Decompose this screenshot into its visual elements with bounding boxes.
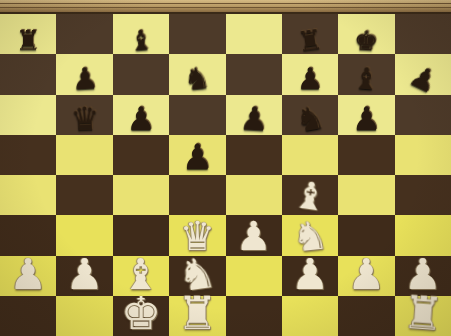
- square-g5[interactable]: [338, 135, 394, 175]
- piece-white-pawn-a2[interactable]: ♟: [9, 253, 47, 296]
- square-a5[interactable]: [0, 135, 56, 175]
- square-g4[interactable]: [338, 175, 394, 215]
- piece-black-bishop-g7[interactable]: ♝: [352, 64, 381, 95]
- piece-black-pawn-h7[interactable]: ♟: [404, 61, 441, 99]
- piece-white-pawn-e3[interactable]: ♟: [236, 216, 272, 256]
- square-f2[interactable]: ♟: [282, 256, 338, 296]
- square-d4[interactable]: [169, 175, 225, 215]
- square-d5[interactable]: ♟: [169, 135, 225, 175]
- square-c1[interactable]: ♚: [113, 296, 169, 336]
- square-f7[interactable]: ♟: [282, 54, 338, 94]
- piece-white-rook-d1[interactable]: ♜: [177, 291, 218, 336]
- square-e6[interactable]: ♟: [226, 95, 282, 135]
- piece-black-pawn-f7[interactable]: ♟: [297, 65, 324, 95]
- piece-white-pawn-f2[interactable]: ♟: [291, 253, 329, 296]
- square-d8[interactable]: [169, 14, 225, 54]
- square-b6[interactable]: ♛: [56, 95, 112, 135]
- square-h4[interactable]: [395, 175, 451, 215]
- square-e7[interactable]: [226, 54, 282, 94]
- piece-white-king-c1[interactable]: ♚: [121, 291, 162, 336]
- square-f1[interactable]: [282, 296, 338, 336]
- square-e8[interactable]: [226, 14, 282, 54]
- piece-black-pawn-g6[interactable]: ♟: [352, 103, 381, 135]
- square-c6[interactable]: ♟: [113, 95, 169, 135]
- square-b8[interactable]: [56, 14, 112, 54]
- chess-set-photo: ♜♝♜♚♟♞♟♝♟♛♟♟♞♟♟♝♛♟♞♟♟♝♞♟♟♟♚♜♜: [0, 0, 451, 336]
- square-h7[interactable]: ♟: [395, 54, 451, 94]
- square-d1[interactable]: ♜: [169, 296, 225, 336]
- square-e4[interactable]: [226, 175, 282, 215]
- square-e2[interactable]: [226, 256, 282, 296]
- square-g6[interactable]: ♟: [338, 95, 394, 135]
- square-f8[interactable]: ♜: [282, 14, 338, 54]
- square-c7[interactable]: [113, 54, 169, 94]
- hinge-seam: [0, 7, 451, 8]
- square-a7[interactable]: [0, 54, 56, 94]
- piece-black-knight-f6[interactable]: ♞: [293, 100, 327, 137]
- square-c5[interactable]: [113, 135, 169, 175]
- square-f6[interactable]: ♞: [282, 95, 338, 135]
- square-g8[interactable]: ♚: [338, 14, 394, 54]
- piece-black-pawn-e6[interactable]: ♟: [238, 102, 269, 136]
- piece-black-king-g8[interactable]: ♚: [354, 27, 380, 55]
- chess-board: ♜♝♜♚♟♞♟♝♟♛♟♟♞♟♟♝♛♟♞♟♟♝♞♟♟♟♚♜♜: [0, 14, 451, 336]
- piece-black-knight-d7[interactable]: ♞: [183, 64, 212, 96]
- square-a6[interactable]: [0, 95, 56, 135]
- square-a8[interactable]: ♜: [0, 14, 56, 54]
- square-a1[interactable]: [0, 296, 56, 336]
- square-d7[interactable]: ♞: [169, 54, 225, 94]
- square-b1[interactable]: [56, 296, 112, 336]
- square-h5[interactable]: [395, 135, 451, 175]
- square-g2[interactable]: ♟: [338, 256, 394, 296]
- square-b5[interactable]: [56, 135, 112, 175]
- square-a2[interactable]: ♟: [0, 256, 56, 296]
- piece-black-bishop-c8[interactable]: ♝: [128, 26, 154, 55]
- square-e1[interactable]: [226, 296, 282, 336]
- square-h6[interactable]: [395, 95, 451, 135]
- piece-black-rook-f8[interactable]: ♜: [296, 26, 324, 56]
- square-a4[interactable]: [0, 175, 56, 215]
- square-g1[interactable]: [338, 296, 394, 336]
- square-e5[interactable]: [226, 135, 282, 175]
- square-f4[interactable]: ♝: [282, 175, 338, 215]
- piece-black-pawn-d5[interactable]: ♟: [182, 140, 213, 175]
- square-b4[interactable]: [56, 175, 112, 215]
- board-hinge: [0, 0, 451, 14]
- hinge-seam: [0, 3, 451, 4]
- piece-black-rook-a8[interactable]: ♜: [16, 27, 40, 54]
- square-c4[interactable]: [113, 175, 169, 215]
- piece-black-queen-b6[interactable]: ♛: [70, 102, 100, 135]
- square-h1[interactable]: ♜: [395, 296, 451, 336]
- square-f5[interactable]: [282, 135, 338, 175]
- square-d6[interactable]: [169, 95, 225, 135]
- piece-black-pawn-c6[interactable]: ♟: [127, 103, 156, 135]
- square-b2[interactable]: ♟: [56, 256, 112, 296]
- square-h8[interactable]: [395, 14, 451, 54]
- piece-white-rook-h1[interactable]: ♜: [401, 289, 445, 336]
- square-e3[interactable]: ♟: [226, 215, 282, 255]
- piece-white-pawn-g2[interactable]: ♟: [347, 253, 385, 296]
- square-c8[interactable]: ♝: [113, 14, 169, 54]
- square-b7[interactable]: ♟: [56, 54, 112, 94]
- piece-black-pawn-b7[interactable]: ♟: [71, 64, 99, 95]
- piece-white-pawn-b2[interactable]: ♟: [65, 253, 103, 296]
- square-g7[interactable]: ♝: [338, 54, 394, 94]
